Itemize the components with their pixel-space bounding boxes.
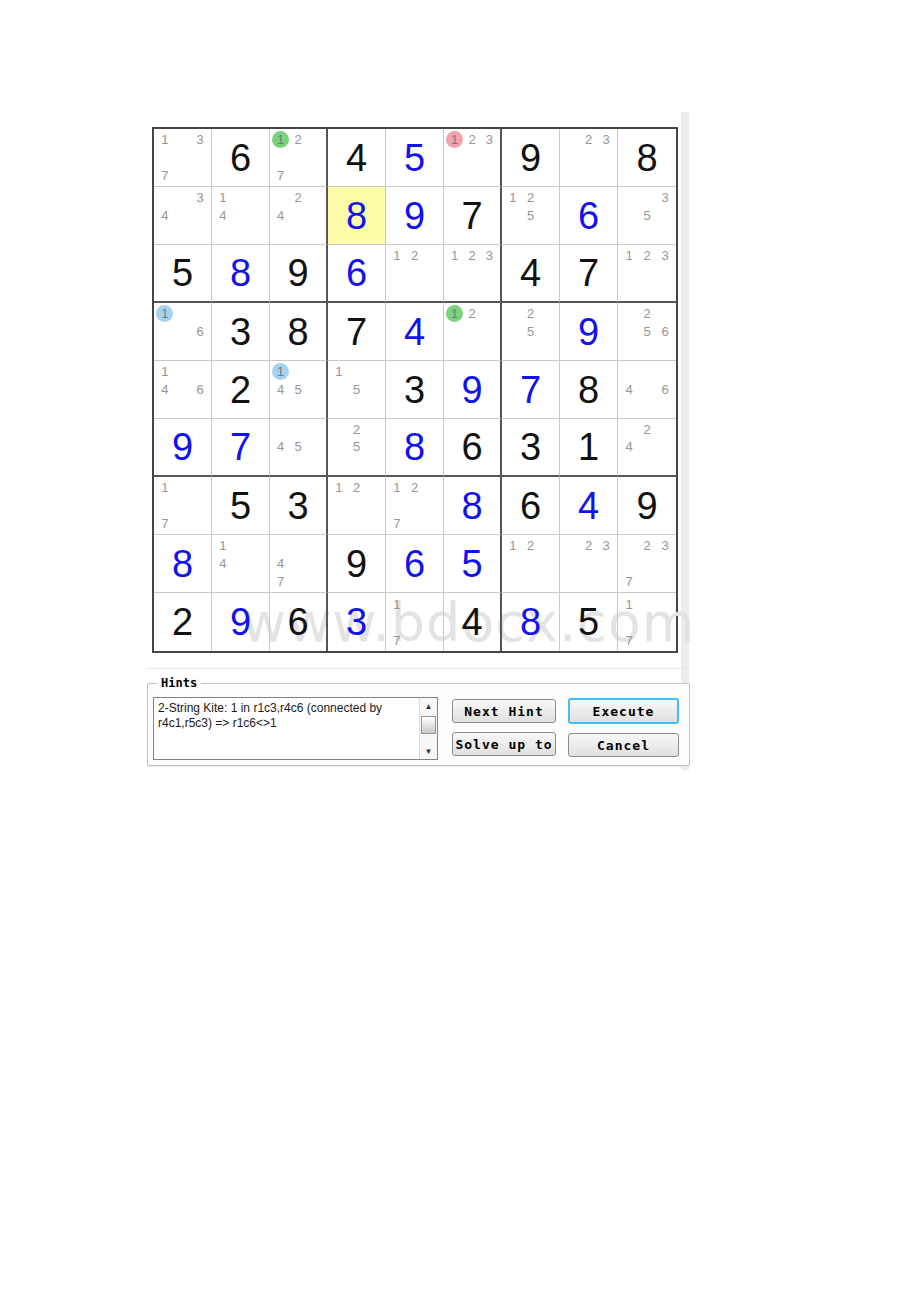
candidate-2: 2 (638, 247, 656, 264)
candidate-7: 7 (388, 631, 406, 649)
candidate-7: 7 (272, 166, 289, 184)
candidate-2: 2 (522, 189, 540, 207)
execute-button[interactable]: Execute (568, 698, 679, 724)
cell-r4c3[interactable]: 8 (270, 303, 328, 361)
candidates: 127 (272, 131, 324, 184)
solved-digit: 8 (328, 187, 385, 244)
cell-r6c2[interactable]: 7 (212, 419, 270, 477)
candidates: 23 (562, 131, 615, 184)
candidate-5: 5 (522, 323, 540, 341)
cell-r5c8[interactable]: 8 (560, 361, 618, 419)
cell-r8c4[interactable]: 9 (328, 535, 386, 593)
given-digit: 9 (618, 477, 676, 534)
cell-r3c1[interactable]: 5 (154, 245, 212, 303)
cell-r9c2[interactable]: 9 (212, 593, 270, 651)
cell-r6c4[interactable]: 25 (328, 419, 386, 477)
candidate-4: 4 (620, 438, 638, 455)
candidates: 256 (620, 305, 674, 358)
cell-r5c7[interactable]: 7 (502, 361, 560, 419)
cell-r6c1[interactable]: 9 (154, 419, 212, 477)
candidates: 24 (620, 421, 674, 473)
candidates: 137 (156, 131, 209, 184)
candidate-4: 4 (272, 555, 289, 573)
cell-r2c8[interactable]: 6 (560, 187, 618, 245)
candidates: 24 (272, 189, 324, 242)
next-hint-button[interactable]: Next Hint (452, 699, 556, 723)
cancel-button[interactable]: Cancel (568, 733, 679, 757)
candidates: 145 (272, 363, 324, 416)
candidate-2: 2 (638, 305, 656, 323)
solved-digit: 6 (386, 535, 443, 592)
cell-r9c6[interactable]: 4 (444, 593, 502, 651)
candidate-3: 3 (597, 537, 615, 555)
candidates: 46 (620, 363, 674, 416)
cell-r3c6[interactable]: 123 (444, 245, 502, 303)
candidate-5: 5 (638, 323, 656, 341)
candidate-4: 4 (214, 555, 232, 573)
cell-r8c1[interactable]: 8 (154, 535, 212, 593)
candidate-1: 1 (446, 131, 463, 149)
cell-r5c1[interactable]: 146 (154, 361, 212, 419)
candidate-2: 2 (522, 305, 540, 323)
solved-digit: 7 (212, 419, 269, 475)
candidate-5: 5 (522, 207, 540, 225)
cell-r4c9[interactable]: 256 (618, 303, 676, 361)
candidate-1-green-circle: 1 (272, 131, 289, 148)
given-digit: 7 (328, 303, 385, 360)
panel-divider (147, 668, 687, 669)
candidate-1: 1 (156, 479, 174, 497)
candidates: 14 (214, 537, 267, 590)
candidate-1: 1 (504, 537, 522, 555)
candidate-4: 4 (156, 207, 174, 225)
candidates: 14 (214, 189, 267, 242)
given-digit: 3 (212, 303, 269, 360)
candidates: 45 (272, 421, 324, 473)
candidate-5: 5 (289, 381, 306, 399)
candidates: 34 (156, 189, 209, 242)
candidate-1: 1 (214, 537, 232, 555)
solved-digit: 7 (502, 361, 559, 418)
candidate-2: 2 (463, 305, 480, 323)
cell-r6c5[interactable]: 8 (386, 419, 444, 477)
cell-r1c2[interactable]: 6 (212, 129, 270, 187)
candidate-1: 1 (446, 247, 463, 264)
scroll-down-icon[interactable]: ▼ (421, 744, 436, 758)
candidate-1: 1 (330, 363, 348, 381)
candidate-6: 6 (656, 323, 674, 341)
document-edge-strip (681, 112, 689, 770)
cell-r5c4[interactable]: 15 (328, 361, 386, 419)
solved-digit: 8 (212, 245, 269, 301)
cell-r9c7[interactable]: 8 (502, 593, 560, 651)
cell-r5c6[interactable]: 9 (444, 361, 502, 419)
given-digit: 1 (560, 419, 617, 475)
cell-r3c2[interactable]: 8 (212, 245, 270, 303)
candidate-3: 3 (656, 189, 674, 207)
candidates: 123 (446, 131, 498, 184)
candidate-7: 7 (156, 166, 174, 184)
candidates: 17 (388, 595, 441, 649)
cell-r4c4[interactable]: 7 (328, 303, 386, 361)
candidate-1-blue-circle: 1 (156, 305, 173, 322)
given-digit: 9 (270, 245, 326, 301)
hint-scrollbar[interactable]: ▲ ▼ (419, 698, 437, 759)
given-digit: 8 (618, 129, 676, 186)
candidates: 15 (330, 363, 383, 416)
candidates: 12 (388, 247, 441, 299)
candidate-1: 1 (620, 247, 638, 264)
cell-r4c5[interactable]: 4 (386, 303, 444, 361)
cell-r1c9[interactable]: 8 (618, 129, 676, 187)
cell-r1c4[interactable]: 4 (328, 129, 386, 187)
candidate-1: 1 (388, 595, 406, 613)
candidate-2: 2 (348, 479, 366, 497)
candidate-1: 1 (388, 479, 406, 497)
hint-text: 2-String Kite: 1 in r1c3,r4c6 (connected… (154, 698, 419, 759)
candidate-1: 1 (388, 247, 406, 264)
candidate-4: 4 (620, 381, 638, 399)
candidate-4: 4 (272, 438, 289, 455)
cell-r5c2[interactable]: 2 (212, 361, 270, 419)
given-digit: 7 (444, 187, 500, 244)
candidates: 17 (620, 595, 674, 649)
cell-r4c7[interactable]: 25 (502, 303, 560, 361)
solved-digit: 5 (386, 129, 443, 186)
candidates: 237 (620, 537, 674, 590)
given-digit: 9 (502, 129, 559, 186)
cell-r3c7[interactable]: 4 (502, 245, 560, 303)
candidates: 127 (388, 479, 441, 532)
cell-r8c9[interactable]: 237 (618, 535, 676, 593)
given-digit: 8 (270, 303, 326, 360)
given-digit: 6 (502, 477, 559, 534)
cell-r2c7[interactable]: 125 (502, 187, 560, 245)
candidate-3: 3 (656, 247, 674, 264)
solved-digit: 4 (386, 303, 443, 360)
candidate-2: 2 (406, 479, 424, 497)
candidate-1: 1 (620, 595, 638, 613)
given-digit: 6 (270, 593, 326, 651)
candidate-2: 2 (348, 421, 366, 438)
cell-r4c6[interactable]: 12 (444, 303, 502, 361)
cell-r1c3[interactable]: 127 (270, 129, 328, 187)
cell-r7c8[interactable]: 4 (560, 477, 618, 535)
cell-r2c4[interactable]: 8 (328, 187, 386, 245)
candidate-2: 2 (522, 537, 540, 555)
cell-r7c7[interactable]: 6 (502, 477, 560, 535)
solved-digit: 6 (560, 187, 617, 244)
candidate-5: 5 (638, 207, 656, 225)
candidates: 123 (620, 247, 674, 299)
cell-r9c8[interactable]: 5 (560, 593, 618, 651)
cell-r1c6[interactable]: 123 (444, 129, 502, 187)
candidates: 23 (562, 537, 615, 590)
given-digit: 7 (560, 245, 617, 301)
candidate-1-green-circle: 1 (446, 305, 463, 322)
candidates: 146 (156, 363, 209, 416)
candidate-7: 7 (388, 514, 406, 532)
cell-r2c3[interactable]: 24 (270, 187, 328, 245)
solved-digit: 9 (560, 303, 617, 360)
candidate-1: 1 (272, 131, 289, 149)
candidate-1: 1 (272, 363, 289, 381)
cell-r7c1[interactable]: 17 (154, 477, 212, 535)
candidate-7: 7 (620, 572, 638, 590)
cell-r8c8[interactable]: 23 (560, 535, 618, 593)
solved-digit: 8 (154, 535, 211, 592)
candidate-3: 3 (481, 131, 498, 149)
cell-r9c9[interactable]: 17 (618, 593, 676, 651)
candidates: 123 (446, 247, 498, 299)
candidates: 17 (156, 479, 209, 532)
candidate-2: 2 (289, 131, 306, 149)
candidates: 12 (504, 537, 557, 590)
cell-r8c5[interactable]: 6 (386, 535, 444, 593)
cell-r9c4[interactable]: 3 (328, 593, 386, 651)
candidate-1-red-circle: 1 (446, 131, 463, 148)
candidate-5: 5 (348, 381, 366, 399)
candidate-3: 3 (191, 131, 209, 149)
candidate-1: 1 (156, 363, 174, 381)
candidate-3: 3 (656, 537, 674, 555)
given-digit: 6 (212, 129, 269, 186)
cell-r1c1[interactable]: 137 (154, 129, 212, 187)
cell-r7c9[interactable]: 9 (618, 477, 676, 535)
solved-digit: 9 (212, 593, 269, 651)
candidate-5: 5 (289, 438, 306, 455)
given-digit: 4 (444, 593, 500, 651)
cell-r5c3[interactable]: 145 (270, 361, 328, 419)
cell-r9c1[interactable]: 2 (154, 593, 212, 651)
given-digit: 2 (154, 593, 211, 651)
candidate-4: 4 (272, 381, 289, 399)
cell-r8c2[interactable]: 14 (212, 535, 270, 593)
candidate-7: 7 (156, 514, 174, 532)
candidate-6: 6 (656, 381, 674, 399)
cell-r3c5[interactable]: 12 (386, 245, 444, 303)
cell-r7c6[interactable]: 8 (444, 477, 502, 535)
given-digit: 4 (502, 245, 559, 301)
candidate-1-blue-circle: 1 (272, 363, 289, 380)
given-digit: 5 (212, 477, 269, 534)
candidate-4: 4 (214, 207, 232, 225)
hints-group-title: Hints (157, 676, 201, 690)
candidate-2: 2 (580, 131, 598, 149)
cell-r7c4[interactable]: 12 (328, 477, 386, 535)
candidate-1: 1 (214, 189, 232, 207)
solved-digit: 8 (386, 419, 443, 475)
cell-r7c2[interactable]: 5 (212, 477, 270, 535)
candidate-1: 1 (156, 305, 174, 323)
cell-r6c9[interactable]: 24 (618, 419, 676, 477)
hints-panel: Hints 2-String Kite: 1 in r1c3,r4c6 (con… (147, 676, 690, 768)
cell-r6c6[interactable]: 6 (444, 419, 502, 477)
cell-r8c7[interactable]: 12 (502, 535, 560, 593)
given-digit: 6 (444, 419, 500, 475)
given-digit: 3 (386, 361, 443, 418)
candidates: 12 (446, 305, 498, 358)
cell-r2c1[interactable]: 34 (154, 187, 212, 245)
scroll-up-icon[interactable]: ▲ (421, 699, 436, 713)
candidate-2: 2 (463, 131, 480, 149)
solved-digit: 8 (502, 593, 559, 651)
candidate-1: 1 (504, 189, 522, 207)
solve-up-to-button[interactable]: Solve up to (452, 732, 556, 756)
candidate-7: 7 (620, 631, 638, 649)
cell-r4c1[interactable]: 16 (154, 303, 212, 361)
cell-r5c9[interactable]: 46 (618, 361, 676, 419)
cell-r8c3[interactable]: 47 (270, 535, 328, 593)
candidates: 25 (330, 421, 383, 473)
candidate-3: 3 (191, 189, 209, 207)
given-digit: 2 (212, 361, 269, 418)
cell-r9c5[interactable]: 17 (386, 593, 444, 651)
cell-r8c6[interactable]: 5 (444, 535, 502, 593)
solved-digit: 9 (386, 187, 443, 244)
candidate-4: 4 (156, 381, 174, 399)
given-digit: 5 (154, 245, 211, 301)
candidates: 25 (504, 305, 557, 358)
cell-r7c5[interactable]: 127 (386, 477, 444, 535)
candidate-2: 2 (463, 247, 480, 264)
scrollbar-thumb[interactable] (421, 716, 436, 734)
cell-r2c2[interactable]: 14 (212, 187, 270, 245)
cell-r3c8[interactable]: 7 (560, 245, 618, 303)
cell-r2c9[interactable]: 35 (618, 187, 676, 245)
given-digit: 8 (560, 361, 617, 418)
candidates: 12 (330, 479, 383, 532)
cell-r9c3[interactable]: 6 (270, 593, 328, 651)
cell-r6c3[interactable]: 45 (270, 419, 328, 477)
given-digit: 5 (560, 593, 617, 651)
candidate-2: 2 (580, 537, 598, 555)
given-digit: 3 (502, 419, 559, 475)
candidate-2: 2 (406, 247, 424, 264)
cell-r6c7[interactable]: 3 (502, 419, 560, 477)
candidate-6: 6 (191, 323, 209, 341)
candidate-1: 1 (330, 479, 348, 497)
candidates: 47 (272, 537, 324, 590)
cell-r1c5[interactable]: 5 (386, 129, 444, 187)
candidate-3: 3 (481, 247, 498, 264)
cell-r3c9[interactable]: 123 (618, 245, 676, 303)
solved-digit: 4 (560, 477, 617, 534)
sudoku-board: www.bdocx.com 13761274512392383414248971… (152, 127, 678, 653)
candidate-5: 5 (348, 438, 366, 455)
solved-digit: 8 (444, 477, 500, 534)
solved-digit: 9 (444, 361, 500, 418)
cell-r1c8[interactable]: 23 (560, 129, 618, 187)
cell-r3c4[interactable]: 6 (328, 245, 386, 303)
cell-r5c5[interactable]: 3 (386, 361, 444, 419)
candidate-2: 2 (638, 421, 656, 438)
candidate-1: 1 (156, 131, 174, 149)
candidate-4: 4 (272, 207, 289, 225)
solved-digit: 9 (154, 419, 211, 475)
solved-digit: 5 (444, 535, 500, 592)
given-digit: 4 (328, 129, 385, 186)
candidate-2: 2 (289, 189, 306, 207)
candidate-6: 6 (191, 381, 209, 399)
hint-text-area[interactable]: 2-String Kite: 1 in r1c3,r4c6 (connected… (153, 697, 438, 760)
cell-r6c8[interactable]: 1 (560, 419, 618, 477)
candidate-2: 2 (638, 537, 656, 555)
given-digit: 3 (270, 477, 326, 534)
given-digit: 9 (328, 535, 385, 592)
cell-r7c3[interactable]: 3 (270, 477, 328, 535)
candidate-1: 1 (446, 305, 463, 323)
cell-r1c7[interactable]: 9 (502, 129, 560, 187)
candidate-3: 3 (597, 131, 615, 149)
candidates: 35 (620, 189, 674, 242)
page: www.bdocx.com 13761274512392383414248971… (0, 0, 920, 1302)
cell-r2c6[interactable]: 7 (444, 187, 502, 245)
cell-r2c5[interactable]: 9 (386, 187, 444, 245)
cell-r4c2[interactable]: 3 (212, 303, 270, 361)
candidates: 16 (156, 305, 209, 358)
candidate-7: 7 (272, 572, 289, 590)
candidates: 125 (504, 189, 557, 242)
solved-digit: 6 (328, 245, 385, 301)
cell-r4c8[interactable]: 9 (560, 303, 618, 361)
cell-r3c3[interactable]: 9 (270, 245, 328, 303)
solved-digit: 3 (328, 593, 385, 651)
